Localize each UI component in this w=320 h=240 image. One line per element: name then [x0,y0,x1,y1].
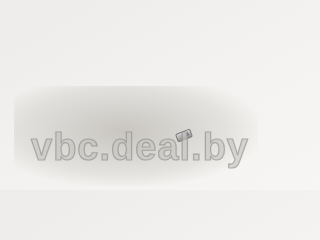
file-label-top-e: e [154,24,160,28]
square-b8[interactable] [77,38,110,55]
checker-piece-dark-f8[interactable] [168,18,193,32]
square-g4[interactable] [207,58,227,72]
square-g7[interactable] [191,30,212,43]
checker-piece-dark-h8[interactable] [201,13,223,26]
square-c6[interactable] [117,56,146,73]
checker-piece-dark-h6[interactable] [211,30,232,44]
rank-label-right-3: 3 [244,63,248,67]
file-label-top-c: c [111,31,118,36]
square-h2[interactable] [232,71,250,85]
checker-piece-dark-f6[interactable] [178,37,203,52]
board-drop-shadow [14,86,258,186]
square-h4[interactable] [222,53,240,66]
checker-piece-dark-b6[interactable] [90,54,126,74]
square-e7[interactable] [155,37,179,51]
square-f4[interactable] [190,62,212,77]
checker-piece-dark-e7[interactable] [154,31,181,47]
square-h5[interactable] [217,45,236,58]
square-a7[interactable] [54,55,91,74]
checker-piece-dark-a7[interactable] [54,47,95,68]
square-d8[interactable] [128,30,155,45]
square-a8[interactable] [47,43,84,62]
square-g3[interactable] [212,67,232,81]
rank-label-right-2: 2 [249,72,253,76]
rank-label-right-1: 1 [253,80,257,84]
square-b7[interactable] [84,50,117,68]
checker-piece-dark-d8[interactable] [127,24,157,40]
square-e5[interactable] [166,57,190,72]
file-label-top-b: b [85,34,94,39]
checker-piece-dark-d6[interactable] [139,44,169,61]
rank-label-right-7: 7 [225,29,230,33]
square-h7[interactable] [207,27,226,39]
square-c5[interactable] [123,67,152,85]
square-f6[interactable] [179,43,201,57]
square-d5[interactable] [146,62,172,79]
file-label-top-g: g [190,18,196,22]
square-a6[interactable] [61,68,97,88]
file-label-top-a: a [56,39,65,44]
square-h6[interactable] [212,36,231,48]
square-c7[interactable] [110,45,140,62]
square-g6[interactable] [196,39,216,52]
checker-piece-dark-b8[interactable] [77,31,114,50]
checker-piece-light-h2[interactable] [230,65,250,80]
rank-label-left-8: 8 [36,53,46,59]
square-h3[interactable] [227,62,245,76]
rank-label-right-6: 6 [230,38,235,42]
rank-label-right-4: 4 [239,55,244,59]
square-e6[interactable] [161,47,185,62]
square-d6[interactable] [140,51,166,67]
product-photo-scene: 8877665544332211aabbccddeeffgghh vbc.dea… [0,0,280,190]
rank-label-left-7: 7 [44,67,54,73]
square-e8[interactable] [149,27,174,41]
square-f3[interactable] [196,72,217,87]
checker-piece-dark-c7[interactable] [110,38,143,56]
rank-label-right-8: 8 [220,20,225,23]
square-h8[interactable] [202,19,221,31]
square-b6[interactable] [91,62,123,81]
square-g5[interactable] [201,48,221,62]
square-e4[interactable] [172,67,196,83]
square-f8[interactable] [168,24,191,37]
checker-piece-light-g3[interactable] [211,61,233,77]
file-label-top-d: d [134,27,141,31]
square-f5[interactable] [185,52,207,66]
rank-label-right-5: 5 [234,46,239,50]
file-label-top-f: f [174,21,178,25]
square-c8[interactable] [104,34,134,50]
file-label-top-h: h [205,16,210,20]
square-d7[interactable] [134,41,161,56]
square-g8[interactable] [186,21,207,33]
checker-piece-dark-g7[interactable] [190,25,213,39]
square-f7[interactable] [174,33,196,47]
